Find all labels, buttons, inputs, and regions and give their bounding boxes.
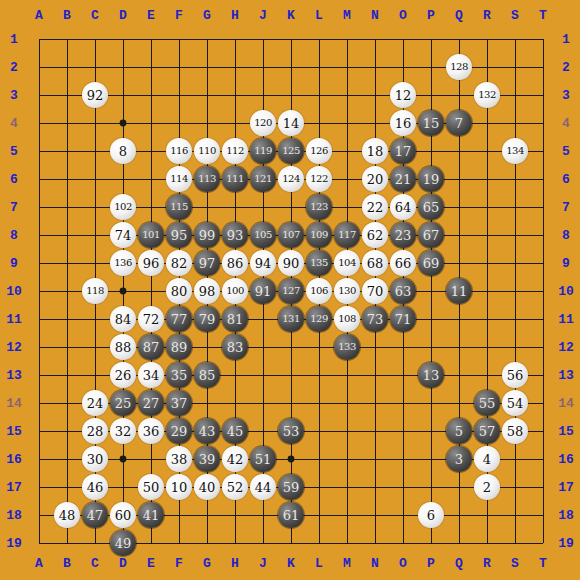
row-label-7: 7 (2, 193, 26, 221)
stone-N11-move-73: 73 (362, 306, 388, 332)
stone-J6-move-121: 121 (250, 166, 276, 192)
stone-K8-move-107: 107 (278, 222, 304, 248)
stone-Q4-move-7: 7 (446, 110, 472, 136)
stone-K9-move-90: 90 (278, 250, 304, 276)
col-label-E: E (137, 3, 165, 27)
stone-L6-move-122: 122 (306, 166, 332, 192)
row-label-12: 12 (2, 333, 26, 361)
row-label-4: 4 (2, 109, 26, 137)
stone-N7-move-22: 22 (362, 194, 388, 220)
stone-D7-move-102: 102 (110, 194, 136, 220)
row-label-14: 14 (554, 389, 578, 417)
stone-K5-move-125: 125 (278, 138, 304, 164)
stone-Q2-move-128: 128 (446, 54, 472, 80)
col-label-R: R (473, 3, 501, 27)
stone-G9-move-97: 97 (194, 250, 220, 276)
col-label-S: S (501, 3, 529, 27)
row-label-16: 16 (554, 445, 578, 473)
row-label-10: 10 (2, 277, 26, 305)
stone-O4-move-16: 16 (390, 110, 416, 136)
stone-G5-move-110: 110 (194, 138, 220, 164)
stone-P4-move-15: 15 (418, 110, 444, 136)
stone-F8-move-95: 95 (166, 222, 192, 248)
row-label-16: 16 (2, 445, 26, 473)
row-label-17: 17 (554, 473, 578, 501)
stone-M10-move-130: 130 (334, 278, 360, 304)
stone-K11-move-131: 131 (278, 306, 304, 332)
stone-P9-move-69: 69 (418, 250, 444, 276)
stone-F9-move-82: 82 (166, 250, 192, 276)
row-label-14: 14 (2, 389, 26, 417)
row-label-5: 5 (554, 137, 578, 165)
stone-C16-move-30: 30 (82, 446, 108, 472)
stone-D5-move-8: 8 (110, 138, 136, 164)
stone-K15-move-53: 53 (278, 418, 304, 444)
stone-C15-move-28: 28 (82, 418, 108, 444)
stone-G11-move-79: 79 (194, 306, 220, 332)
stone-H10-move-100: 100 (222, 278, 248, 304)
stone-P18-move-6: 6 (418, 502, 444, 528)
stone-O9-move-66: 66 (390, 250, 416, 276)
row-label-3: 3 (554, 81, 578, 109)
stone-O7-move-64: 64 (390, 194, 416, 220)
stone-G15-move-43: 43 (194, 418, 220, 444)
stone-L7-move-123: 123 (306, 194, 332, 220)
stone-F12-move-89: 89 (166, 334, 192, 360)
stone-H12-move-83: 83 (222, 334, 248, 360)
stone-F17-move-10: 10 (166, 474, 192, 500)
stone-E17-move-50: 50 (138, 474, 164, 500)
stone-G16-move-39: 39 (194, 446, 220, 472)
stone-P8-move-67: 67 (418, 222, 444, 248)
stone-S13-move-56: 56 (502, 362, 528, 388)
col-label-K: K (277, 3, 305, 27)
stone-N5-move-18: 18 (362, 138, 388, 164)
stone-F6-move-114: 114 (166, 166, 192, 192)
row-labels-right: 12345678910111213141516171819 (554, 25, 578, 557)
col-label-F: F (165, 3, 193, 27)
stone-E13-move-34: 34 (138, 362, 164, 388)
row-label-19: 19 (2, 529, 26, 557)
stone-C17-move-46: 46 (82, 474, 108, 500)
stone-L10-move-106: 106 (306, 278, 332, 304)
stone-G6-move-113: 113 (194, 166, 220, 192)
stone-R17-move-2: 2 (474, 474, 500, 500)
stone-D12-move-88: 88 (110, 334, 136, 360)
stone-K4-move-14: 14 (278, 110, 304, 136)
col-label-G: G (193, 3, 221, 27)
row-label-1: 1 (2, 25, 26, 53)
stone-E12-move-87: 87 (138, 334, 164, 360)
col-label-H: H (221, 3, 249, 27)
stone-J4-move-120: 120 (250, 110, 276, 136)
stone-K17-move-59: 59 (278, 474, 304, 500)
stone-J16-move-51: 51 (250, 446, 276, 472)
stone-H11-move-81: 81 (222, 306, 248, 332)
row-labels-left: 12345678910111213141516171819 (2, 25, 26, 557)
stone-M8-move-117: 117 (334, 222, 360, 248)
col-label-L: L (305, 3, 333, 27)
col-label-D: D (109, 3, 137, 27)
stone-S15-move-58: 58 (502, 418, 528, 444)
stone-Q16-move-3: 3 (446, 446, 472, 472)
col-label-M: M (333, 3, 361, 27)
row-label-15: 15 (2, 417, 26, 445)
row-label-12: 12 (554, 333, 578, 361)
stone-G8-move-99: 99 (194, 222, 220, 248)
stone-F11-move-77: 77 (166, 306, 192, 332)
stone-H15-move-45: 45 (222, 418, 248, 444)
stone-F5-move-116: 116 (166, 138, 192, 164)
go-board[interactable]: 2345678101112131415161718192021222324252… (25, 25, 557, 557)
row-label-18: 18 (2, 501, 26, 529)
stone-E8-move-101: 101 (138, 222, 164, 248)
stone-O11-move-71: 71 (390, 306, 416, 332)
stone-H16-move-42: 42 (222, 446, 248, 472)
column-labels-top: ABCDEFGHJKLMNOPQRST (25, 3, 557, 27)
stone-O8-move-23: 23 (390, 222, 416, 248)
stone-N9-move-68: 68 (362, 250, 388, 276)
stone-P7-move-65: 65 (418, 194, 444, 220)
row-label-13: 13 (2, 361, 26, 389)
stone-F14-move-37: 37 (166, 390, 192, 416)
stone-J17-move-44: 44 (250, 474, 276, 500)
row-label-11: 11 (2, 305, 26, 333)
stone-E15-move-36: 36 (138, 418, 164, 444)
stone-K10-move-127: 127 (278, 278, 304, 304)
stone-S5-move-134: 134 (502, 138, 528, 164)
stone-N6-move-20: 20 (362, 166, 388, 192)
stone-F7-move-115: 115 (166, 194, 192, 220)
stone-H9-move-86: 86 (222, 250, 248, 276)
stone-R15-move-57: 57 (474, 418, 500, 444)
stone-D9-move-136: 136 (110, 250, 136, 276)
row-label-13: 13 (554, 361, 578, 389)
stone-E14-move-27: 27 (138, 390, 164, 416)
stone-L11-move-129: 129 (306, 306, 332, 332)
stone-D14-move-25: 25 (110, 390, 136, 416)
stone-E18-move-41: 41 (138, 502, 164, 528)
col-label-O: O (389, 3, 417, 27)
row-label-5: 5 (2, 137, 26, 165)
col-label-Q: Q (445, 3, 473, 27)
stone-layer: 2345678101112131415161718192021222324252… (25, 25, 557, 557)
stone-O3-move-12: 12 (390, 82, 416, 108)
stone-J8-move-105: 105 (250, 222, 276, 248)
go-board-window: ABCDEFGHJKLMNOPQRST ABCDEFGHJKLMNOPQRST … (0, 0, 580, 580)
col-label-N: N (361, 3, 389, 27)
stone-D13-move-26: 26 (110, 362, 136, 388)
stone-L9-move-135: 135 (306, 250, 332, 276)
stone-L8-move-109: 109 (306, 222, 332, 248)
stone-P13-move-13: 13 (418, 362, 444, 388)
stone-G13-move-85: 85 (194, 362, 220, 388)
stone-J9-move-94: 94 (250, 250, 276, 276)
stone-R16-move-4: 4 (474, 446, 500, 472)
col-label-P: P (417, 3, 445, 27)
stone-D8-move-74: 74 (110, 222, 136, 248)
stone-O10-move-63: 63 (390, 278, 416, 304)
stone-M11-move-108: 108 (334, 306, 360, 332)
stone-F15-move-29: 29 (166, 418, 192, 444)
row-label-6: 6 (2, 165, 26, 193)
row-label-15: 15 (554, 417, 578, 445)
row-label-2: 2 (554, 53, 578, 81)
stone-Q10-move-11: 11 (446, 278, 472, 304)
col-label-J: J (249, 3, 277, 27)
row-label-7: 7 (554, 193, 578, 221)
stone-D11-move-84: 84 (110, 306, 136, 332)
col-label-C: C (81, 3, 109, 27)
stone-M12-move-133: 133 (334, 334, 360, 360)
row-label-9: 9 (554, 249, 578, 277)
row-label-18: 18 (554, 501, 578, 529)
stone-P6-move-19: 19 (418, 166, 444, 192)
stone-J10-move-91: 91 (250, 278, 276, 304)
stone-D19-move-49: 49 (110, 530, 136, 556)
row-label-17: 17 (2, 473, 26, 501)
row-label-4: 4 (554, 109, 578, 137)
col-label-T: T (529, 3, 557, 27)
row-label-8: 8 (554, 221, 578, 249)
stone-S14-move-54: 54 (502, 390, 528, 416)
stone-H5-move-112: 112 (222, 138, 248, 164)
row-label-6: 6 (554, 165, 578, 193)
stone-R14-move-55: 55 (474, 390, 500, 416)
stone-Q15-move-5: 5 (446, 418, 472, 444)
row-label-3: 3 (2, 81, 26, 109)
row-label-11: 11 (554, 305, 578, 333)
stone-G17-move-40: 40 (194, 474, 220, 500)
stone-J5-move-119: 119 (250, 138, 276, 164)
stone-E9-move-96: 96 (138, 250, 164, 276)
stone-C10-move-118: 118 (82, 278, 108, 304)
row-label-8: 8 (2, 221, 26, 249)
row-label-2: 2 (2, 53, 26, 81)
col-label-A: A (25, 3, 53, 27)
stone-C14-move-24: 24 (82, 390, 108, 416)
row-label-9: 9 (2, 249, 26, 277)
stone-C18-move-47: 47 (82, 502, 108, 528)
stone-N8-move-62: 62 (362, 222, 388, 248)
row-label-19: 19 (554, 529, 578, 557)
stone-M9-move-104: 104 (334, 250, 360, 276)
stone-K18-move-61: 61 (278, 502, 304, 528)
stone-C3-move-92: 92 (82, 82, 108, 108)
stone-F13-move-35: 35 (166, 362, 192, 388)
stone-E11-move-72: 72 (138, 306, 164, 332)
stone-F16-move-38: 38 (166, 446, 192, 472)
stone-G10-move-98: 98 (194, 278, 220, 304)
stone-H17-move-52: 52 (222, 474, 248, 500)
stone-L5-move-126: 126 (306, 138, 332, 164)
row-label-1: 1 (554, 25, 578, 53)
stone-H8-move-93: 93 (222, 222, 248, 248)
stone-F10-move-80: 80 (166, 278, 192, 304)
stone-N10-move-70: 70 (362, 278, 388, 304)
stone-R3-move-132: 132 (474, 82, 500, 108)
stone-B18-move-48: 48 (54, 502, 80, 528)
stone-D18-move-60: 60 (110, 502, 136, 528)
stone-K6-move-124: 124 (278, 166, 304, 192)
stone-O6-move-21: 21 (390, 166, 416, 192)
stone-D15-move-32: 32 (110, 418, 136, 444)
stone-H6-move-111: 111 (222, 166, 248, 192)
stone-O5-move-17: 17 (390, 138, 416, 164)
col-label-B: B (53, 3, 81, 27)
row-label-10: 10 (554, 277, 578, 305)
